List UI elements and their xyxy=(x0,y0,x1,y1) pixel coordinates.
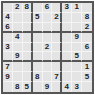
sudoku-cell-r4c6[interactable] xyxy=(52,33,62,43)
sudoku-cell-r2c5[interactable] xyxy=(43,13,53,23)
sudoku-cell-r2c4: 5 xyxy=(33,13,43,23)
sudoku-cell-r4c5[interactable] xyxy=(43,33,53,43)
sudoku-cell-r6c4[interactable] xyxy=(33,52,43,62)
sudoku-cell-r8c6: 7 xyxy=(52,72,62,82)
sudoku-cell-r8c2[interactable] xyxy=(13,72,23,82)
sudoku-cell-r2c1: 4 xyxy=(3,13,13,23)
sudoku-cell-r1c7: 3 xyxy=(62,3,72,13)
sudoku-cell-r3c7[interactable] xyxy=(62,23,72,33)
sudoku-cell-r9c5: 9 xyxy=(43,82,53,92)
sudoku-cell-r9c7: 4 xyxy=(62,82,72,92)
sudoku-cell-r5c5: 2 xyxy=(43,43,53,53)
sudoku-cell-r7c5[interactable] xyxy=(43,62,53,72)
sudoku-cell-r1c9[interactable] xyxy=(82,3,92,13)
sudoku-cell-r5c1: 3 xyxy=(3,43,13,53)
sudoku-cell-r3c6[interactable] xyxy=(52,23,62,33)
sudoku-cell-r3c5[interactable] xyxy=(43,23,53,33)
sudoku-cell-r3c4[interactable] xyxy=(33,23,43,33)
sudoku-cell-r9c1[interactable] xyxy=(3,82,13,92)
sudoku-cell-r5c6[interactable] xyxy=(52,43,62,53)
sudoku-cell-r6c2: 9 xyxy=(13,52,23,62)
sudoku-cell-r9c6[interactable] xyxy=(52,82,62,92)
sudoku-cell-r9c3: 5 xyxy=(23,82,33,92)
sudoku-cell-r7c1: 7 xyxy=(3,62,13,72)
sudoku-cell-r5c4[interactable] xyxy=(33,43,43,53)
sudoku-cell-r8c7[interactable] xyxy=(62,72,72,82)
sudoku-cell-r4c9[interactable] xyxy=(82,33,92,43)
sudoku-cell-r7c8[interactable] xyxy=(72,62,82,72)
sudoku-cell-r2c9: 8 xyxy=(82,13,92,23)
sudoku-cell-r4c4[interactable] xyxy=(33,33,43,43)
sudoku-cell-r1c2: 2 xyxy=(13,3,23,13)
sudoku-cell-r6c3[interactable] xyxy=(23,52,33,62)
sudoku-cell-r4c3[interactable] xyxy=(23,33,33,43)
sudoku-cell-r2c7[interactable] xyxy=(62,13,72,23)
sudoku-cell-r4c2: 4 xyxy=(13,33,23,43)
sudoku-cell-r4c8: 9 xyxy=(72,33,82,43)
sudoku-cell-r4c1[interactable] xyxy=(3,33,13,43)
sudoku-cell-r2c3[interactable] xyxy=(23,13,33,23)
sudoku-cell-r5c8[interactable] xyxy=(72,43,82,53)
sudoku-cell-r8c5[interactable] xyxy=(43,72,53,82)
sudoku-cell-r5c3[interactable] xyxy=(23,43,33,53)
sudoku-cell-r7c2[interactable] xyxy=(13,62,23,72)
sudoku-cell-r2c8[interactable] xyxy=(72,13,82,23)
sudoku-cell-r3c3[interactable] xyxy=(23,23,33,33)
sudoku-cell-r2c2[interactable] xyxy=(13,13,23,23)
sudoku-cell-r1c4[interactable] xyxy=(33,3,43,13)
sudoku-cell-r3c9: 2 xyxy=(82,23,92,33)
sudoku-cell-r7c3[interactable] xyxy=(23,62,33,72)
sudoku-cell-r1c8: 1 xyxy=(72,3,82,13)
sudoku-board-container: 28631452862493269571987585943 xyxy=(0,0,95,95)
sudoku-cell-r7c7[interactable] xyxy=(62,62,72,72)
sudoku-cell-r7c9: 1 xyxy=(82,62,92,72)
sudoku-cell-r9c9[interactable] xyxy=(82,82,92,92)
sudoku-cell-r7c4[interactable] xyxy=(33,62,43,72)
sudoku-cell-r3c2[interactable] xyxy=(13,23,23,33)
sudoku-cell-r1c5: 6 xyxy=(43,3,53,13)
sudoku-cell-r9c4[interactable] xyxy=(33,82,43,92)
sudoku-cell-r2c6: 2 xyxy=(52,13,62,23)
sudoku-cell-r5c7[interactable] xyxy=(62,43,72,53)
sudoku-cell-r6c6[interactable] xyxy=(52,52,62,62)
sudoku-board: 28631452862493269571987585943 xyxy=(1,1,94,94)
sudoku-cell-r5c2[interactable] xyxy=(13,43,23,53)
sudoku-cell-r8c1: 9 xyxy=(3,72,13,82)
sudoku-cell-r8c4: 8 xyxy=(33,72,43,82)
sudoku-cell-r8c9: 5 xyxy=(82,72,92,82)
sudoku-cell-r8c3[interactable] xyxy=(23,72,33,82)
sudoku-cell-r3c8[interactable] xyxy=(72,23,82,33)
sudoku-cell-r7c6[interactable] xyxy=(52,62,62,72)
sudoku-cell-r6c8: 5 xyxy=(72,52,82,62)
sudoku-cell-r4c7[interactable] xyxy=(62,33,72,43)
sudoku-cell-r6c1[interactable] xyxy=(3,52,13,62)
sudoku-cell-r8c8[interactable] xyxy=(72,72,82,82)
sudoku-cell-r6c5[interactable] xyxy=(43,52,53,62)
sudoku-cell-r9c8: 3 xyxy=(72,82,82,92)
sudoku-cell-r5c9: 6 xyxy=(82,43,92,53)
sudoku-cell-r9c2: 8 xyxy=(13,82,23,92)
sudoku-cell-r3c1: 6 xyxy=(3,23,13,33)
sudoku-cell-r1c3: 8 xyxy=(23,3,33,13)
sudoku-cell-r6c9[interactable] xyxy=(82,52,92,62)
sudoku-cell-r6c7[interactable] xyxy=(62,52,72,62)
sudoku-cell-r1c1[interactable] xyxy=(3,3,13,13)
sudoku-cell-r1c6[interactable] xyxy=(52,3,62,13)
